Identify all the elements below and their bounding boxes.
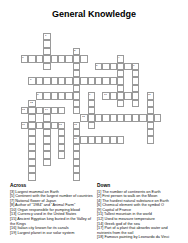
grid-cell[interactable]: 18 — [73, 122, 80, 129]
grid-cell[interactable] — [51, 92, 58, 99]
grid-cell[interactable] — [95, 136, 102, 143]
grid-cell[interactable] — [43, 114, 50, 121]
grid-cell[interactable] — [88, 107, 95, 114]
cell-number: 4 — [118, 56, 119, 59]
grid-cell[interactable] — [110, 136, 117, 143]
grid-cell[interactable] — [43, 151, 50, 158]
grid-cell[interactable] — [124, 92, 131, 99]
grid-cell[interactable] — [43, 63, 50, 70]
grid-cell[interactable] — [58, 55, 65, 62]
grid-cell[interactable] — [102, 77, 109, 84]
grid-cell[interactable] — [58, 151, 65, 158]
grid-cell[interactable] — [73, 77, 80, 84]
cell-number: 11 — [148, 93, 151, 96]
grid-cell[interactable]: 5 — [95, 63, 102, 70]
page-title: General Knowledge — [0, 9, 188, 19]
down-clues-section: Down [1] The number of continents on Ear… — [97, 183, 183, 240]
grid-cell[interactable] — [73, 144, 80, 151]
grid-cell[interactable] — [73, 107, 80, 114]
grid-cell[interactable] — [147, 100, 154, 107]
grid-cell[interactable] — [110, 77, 117, 84]
cell-number: 19 — [74, 137, 77, 140]
grid-cell[interactable] — [88, 77, 95, 84]
grid-cell[interactable]: 2 — [73, 48, 80, 55]
grid-cell[interactable] — [132, 114, 139, 121]
grid-cell[interactable]: 16 — [21, 122, 28, 129]
cell-number: 15 — [82, 115, 85, 118]
grid-cell[interactable]: 7 — [28, 77, 35, 84]
cell-number: 12 — [30, 101, 33, 104]
cell-number: 3 — [22, 56, 23, 59]
across-clue: [5] Continent with the largest number of… — [10, 194, 95, 199]
grid-cell[interactable] — [28, 144, 35, 151]
cell-number: 18 — [74, 123, 77, 126]
grid-cell[interactable]: 12 — [28, 100, 35, 107]
grid-cell[interactable] — [102, 136, 109, 143]
grid-cell[interactable] — [58, 136, 65, 143]
grid-cell[interactable] — [117, 114, 124, 121]
grid-cell[interactable] — [36, 55, 43, 62]
grid-cell[interactable] — [65, 55, 72, 62]
grid-cell[interactable] — [51, 107, 58, 114]
grid-cell[interactable]: 3 — [21, 55, 28, 62]
grid-cell[interactable] — [95, 77, 102, 84]
grid-cell[interactable] — [102, 63, 109, 70]
grid-cell[interactable] — [58, 92, 65, 99]
grid-cell[interactable] — [95, 114, 102, 121]
cell-number: 8 — [37, 93, 38, 96]
grid-cell[interactable] — [102, 114, 109, 121]
grid-cell[interactable] — [132, 85, 139, 92]
grid-cell[interactable] — [147, 136, 154, 143]
grid-cell[interactable] — [117, 77, 124, 84]
grid-cell[interactable] — [147, 107, 154, 114]
grid-cell[interactable] — [132, 77, 139, 84]
grid-cell[interactable] — [88, 136, 95, 143]
grid-cell[interactable] — [80, 55, 87, 62]
cell-number: 6 — [133, 64, 134, 67]
grid-cell[interactable]: 8 — [36, 92, 43, 99]
grid-cell[interactable] — [28, 122, 35, 129]
grid-cell[interactable] — [43, 122, 50, 129]
grid-cell[interactable] — [43, 144, 50, 151]
grid-cell[interactable] — [73, 85, 80, 92]
grid-cell[interactable] — [73, 100, 80, 107]
grid-cell[interactable] — [88, 114, 95, 121]
grid-cell[interactable] — [117, 136, 124, 143]
grid-cell[interactable] — [58, 77, 65, 84]
grid-cell[interactable] — [110, 92, 117, 99]
grid-cell[interactable] — [36, 77, 43, 84]
grid-cell[interactable]: 13 — [21, 107, 28, 114]
across-clue-list: [3] Largest mammal on Earth[5] Continent… — [10, 190, 95, 236]
grid-cell[interactable] — [51, 77, 58, 84]
cell-number: 13 — [22, 108, 25, 111]
grid-cell[interactable] — [80, 136, 87, 143]
grid-cell[interactable]: 1 — [43, 33, 50, 40]
grid-cell[interactable]: 17 — [58, 122, 65, 129]
grid-cell[interactable] — [28, 166, 35, 173]
down-clue-list: [1] The number of continents on Earth[2]… — [97, 190, 183, 241]
grid-cell[interactable] — [73, 63, 80, 70]
cell-number: 7 — [30, 78, 31, 81]
grid-cell[interactable] — [43, 92, 50, 99]
cell-number: 14 — [45, 108, 48, 111]
grid-cell[interactable] — [65, 92, 72, 99]
down-heading: Down — [97, 183, 183, 188]
cell-number: 16 — [22, 123, 25, 126]
grid-cell[interactable] — [65, 77, 72, 84]
grid-cell[interactable] — [88, 122, 95, 129]
grid-cell[interactable]: 6 — [132, 63, 139, 70]
across-clues-section: Across [3] Largest mammal on Earth[5] Co… — [10, 183, 95, 235]
grid-cell[interactable] — [43, 77, 50, 84]
grid-cell[interactable] — [132, 70, 139, 77]
down-clue: [18] Famous painting by Leonardo da Vinc… — [97, 235, 183, 240]
cell-number: 1 — [45, 34, 46, 37]
grid-cell[interactable] — [28, 159, 35, 166]
grid-cell[interactable]: 15 — [80, 114, 87, 121]
grid-cell[interactable]: 4 — [117, 55, 124, 62]
grid-cell[interactable] — [73, 92, 80, 99]
grid-cell[interactable] — [73, 55, 80, 62]
grid-cell[interactable]: 19 — [73, 136, 80, 143]
cell-number: 17 — [59, 123, 62, 126]
grid-cell[interactable] — [28, 55, 35, 62]
crossword-page: General Knowledge 1234567891011121314151… — [0, 0, 188, 243]
down-clue: [17] Part of a plant that absorbs water … — [97, 226, 183, 235]
cell-number: 9 — [89, 93, 90, 96]
grid-cell[interactable] — [73, 151, 80, 158]
grid-cell[interactable] — [73, 129, 80, 136]
grid-cell[interactable] — [51, 55, 58, 62]
crossword-grid: 12345678910111213141516171819 — [21, 33, 161, 181]
grid-cell[interactable]: 14 — [43, 107, 50, 114]
grid-cell[interactable] — [132, 92, 139, 99]
grid-cell[interactable] — [117, 85, 124, 92]
cell-number: 5 — [96, 64, 97, 67]
cell-number: 10 — [104, 93, 107, 96]
grid-cell[interactable] — [73, 166, 80, 173]
grid-cell[interactable] — [28, 173, 35, 180]
grid-cell[interactable] — [154, 114, 161, 121]
across-heading: Across — [10, 183, 95, 188]
grid-cell[interactable] — [28, 114, 35, 121]
grid-cell[interactable] — [80, 77, 87, 84]
grid-cell[interactable] — [28, 136, 35, 143]
grid-cell[interactable] — [124, 114, 131, 121]
grid-cell[interactable] — [58, 144, 65, 151]
grid-cell[interactable] — [28, 129, 35, 136]
grid-cell[interactable] — [28, 107, 35, 114]
grid-cell[interactable]: 11 — [147, 92, 154, 99]
grid-cell[interactable] — [147, 114, 154, 121]
grid-cell[interactable] — [28, 151, 35, 158]
grid-cell[interactable] — [110, 63, 117, 70]
grid-cell[interactable] — [43, 40, 50, 47]
across-clue: [15] Ancient Egyptian king buried in the… — [10, 217, 95, 226]
grid-cell[interactable] — [117, 100, 124, 107]
grid-cell[interactable] — [73, 173, 80, 180]
grid-cell[interactable] — [117, 92, 124, 99]
grid-cell[interactable]: 9 — [88, 92, 95, 99]
grid-cell[interactable] — [132, 100, 139, 107]
grid-cell[interactable] — [117, 70, 124, 77]
grid-cell[interactable] — [43, 48, 50, 55]
grid-cell[interactable]: 10 — [102, 92, 109, 99]
grid-cell[interactable] — [43, 55, 50, 62]
grid-cell[interactable] — [147, 122, 154, 129]
grid-cell[interactable] — [88, 100, 95, 107]
grid-cell[interactable] — [43, 136, 50, 143]
across-clue: [19] Largest planet in our solar system — [10, 231, 95, 236]
grid-cell[interactable] — [147, 129, 154, 136]
grid-cell[interactable] — [36, 122, 43, 129]
grid-cell[interactable] — [43, 159, 50, 166]
grid-cell[interactable] — [58, 107, 65, 114]
grid-cell[interactable] — [139, 114, 146, 121]
grid-cell[interactable] — [51, 122, 58, 129]
grid-cell[interactable] — [73, 70, 80, 77]
cell-number: 2 — [74, 49, 75, 52]
grid-cell[interactable] — [58, 129, 65, 136]
grid-cell[interactable] — [36, 107, 43, 114]
grid-cell[interactable] — [117, 63, 124, 70]
grid-cell[interactable] — [124, 63, 131, 70]
grid-cell[interactable] — [110, 114, 117, 121]
grid-cell[interactable] — [43, 129, 50, 136]
grid-cell[interactable] — [73, 159, 80, 166]
